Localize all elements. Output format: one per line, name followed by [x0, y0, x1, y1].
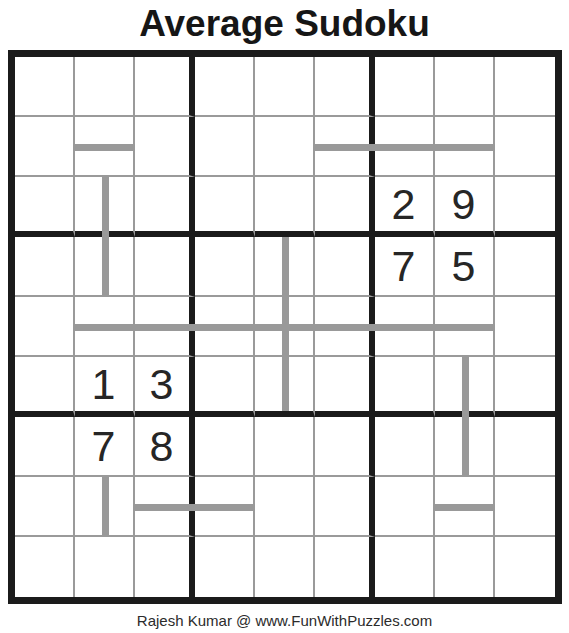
cell-r9c6[interactable] — [315, 537, 375, 597]
cell-r9c2[interactable] — [75, 537, 135, 597]
given-digit-r4c8[interactable]: 5 — [435, 237, 495, 297]
cell-r1c3[interactable] — [135, 57, 195, 117]
cell-r6c9[interactable] — [495, 357, 555, 417]
cell-r8c7[interactable] — [375, 477, 435, 537]
cell-r7c1[interactable] — [15, 417, 75, 477]
cell-r9c9[interactable] — [495, 537, 555, 597]
cell-r7c7[interactable] — [375, 417, 435, 477]
cell-r8c5[interactable] — [255, 477, 315, 537]
cell-r7c9[interactable] — [495, 417, 555, 477]
cell-r5c9[interactable] — [495, 297, 555, 357]
cell-r7c4[interactable] — [195, 417, 255, 477]
cell-r3c5[interactable] — [255, 177, 315, 237]
given-digit-r3c7[interactable]: 2 — [375, 177, 435, 237]
cell-r1c8[interactable] — [435, 57, 495, 117]
cell-r1c7[interactable] — [375, 57, 435, 117]
cell-r1c6[interactable] — [315, 57, 375, 117]
cell-r9c7[interactable] — [375, 537, 435, 597]
cell-r8c1[interactable] — [15, 477, 75, 537]
cell-r6c7[interactable] — [375, 357, 435, 417]
given-digit-r3c8[interactable]: 9 — [435, 177, 495, 237]
cell-r4c4[interactable] — [195, 237, 255, 297]
average-line-horizontal-7 — [133, 504, 255, 511]
average-line-horizontal-9 — [433, 504, 495, 511]
cell-r8c9[interactable] — [495, 477, 555, 537]
cell-r6c1[interactable] — [15, 357, 75, 417]
cell-r4c9[interactable] — [495, 237, 555, 297]
average-line-horizontal-5 — [73, 324, 495, 331]
cell-r2c3[interactable] — [135, 117, 195, 177]
credit-line: Rajesh Kumar @ www.FunWithPuzzles.com — [0, 612, 569, 629]
cell-r6c4[interactable] — [195, 357, 255, 417]
cell-r7c5[interactable] — [255, 417, 315, 477]
cell-r3c1[interactable] — [15, 177, 75, 237]
cell-r4c3[interactable] — [135, 237, 195, 297]
given-digit-r6c3[interactable]: 3 — [135, 357, 195, 417]
given-digit-r4c7[interactable]: 7 — [375, 237, 435, 297]
cell-r9c8[interactable] — [435, 537, 495, 597]
cell-r9c5[interactable] — [255, 537, 315, 597]
cell-r9c1[interactable] — [15, 537, 75, 597]
cell-r9c4[interactable] — [195, 537, 255, 597]
cell-r2c5[interactable] — [255, 117, 315, 177]
cell-r7c6[interactable] — [315, 417, 375, 477]
given-digit-r6c2[interactable]: 1 — [75, 357, 135, 417]
average-line-vertical-6 — [462, 355, 469, 477]
cell-r2c4[interactable] — [195, 117, 255, 177]
average-line-horizontal-1 — [73, 144, 135, 151]
cell-r4c1[interactable] — [15, 237, 75, 297]
puzzle-title: Average Sudoku — [0, 0, 569, 50]
cell-r1c2[interactable] — [75, 57, 135, 117]
cell-r2c9[interactable] — [495, 117, 555, 177]
puzzle-page: Average Sudoku 29751378 Rajesh Kumar @ w… — [0, 0, 569, 633]
cell-r1c9[interactable] — [495, 57, 555, 117]
cell-r1c5[interactable] — [255, 57, 315, 117]
cell-r4c6[interactable] — [315, 237, 375, 297]
average-line-horizontal-2 — [313, 144, 495, 151]
cell-r3c6[interactable] — [315, 177, 375, 237]
cell-r1c4[interactable] — [195, 57, 255, 117]
given-digit-r7c2[interactable]: 7 — [75, 417, 135, 477]
cell-r2c1[interactable] — [15, 117, 75, 177]
sudoku-board: 29751378 — [8, 50, 562, 604]
average-line-vertical-3 — [102, 175, 109, 297]
given-digit-r7c3[interactable]: 8 — [135, 417, 195, 477]
cell-r5c1[interactable] — [15, 297, 75, 357]
cell-r1c1[interactable] — [15, 57, 75, 117]
cell-r3c9[interactable] — [495, 177, 555, 237]
cell-r8c6[interactable] — [315, 477, 375, 537]
cell-r3c4[interactable] — [195, 177, 255, 237]
average-line-vertical-8 — [102, 475, 109, 537]
cell-r3c3[interactable] — [135, 177, 195, 237]
cell-r6c6[interactable] — [315, 357, 375, 417]
cell-r9c3[interactable] — [135, 537, 195, 597]
